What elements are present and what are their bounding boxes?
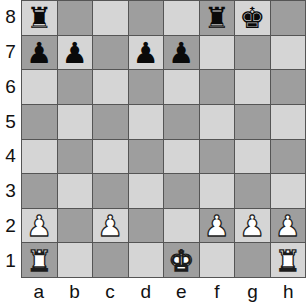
square-a8[interactable]: ♜: [22, 1, 57, 35]
piece-white-pawn[interactable]: ♟: [26, 212, 52, 241]
square-e1[interactable]: ♚: [164, 243, 199, 277]
file-label-c: c: [92, 278, 128, 306]
square-h1[interactable]: ♜: [271, 243, 306, 277]
square-f6[interactable]: [200, 70, 235, 104]
square-h3[interactable]: [271, 174, 306, 208]
square-d1[interactable]: [129, 243, 164, 277]
square-d2[interactable]: [129, 209, 164, 243]
square-e7[interactable]: ♟: [164, 36, 199, 70]
piece-black-pawn[interactable]: ♟: [26, 39, 52, 68]
square-h4[interactable]: [271, 140, 306, 174]
chess-board[interactable]: ♜♜♚♟♟♟♟♟♟♟♟♟♜♚♜: [21, 0, 306, 278]
square-g2[interactable]: ♟: [235, 209, 270, 243]
square-h2[interactable]: ♟: [271, 209, 306, 243]
square-c1[interactable]: [93, 243, 128, 277]
rank-label-6: 6: [0, 70, 21, 105]
square-g1[interactable]: [235, 243, 270, 277]
square-c2[interactable]: ♟: [93, 209, 128, 243]
square-d6[interactable]: [129, 70, 164, 104]
square-f5[interactable]: [200, 105, 235, 139]
piece-black-pawn[interactable]: ♟: [168, 39, 194, 68]
piece-white-pawn[interactable]: ♟: [239, 212, 265, 241]
rank-label-7: 7: [0, 35, 21, 70]
rank-label-8: 8: [0, 0, 21, 35]
rank-labels: 87654321: [0, 0, 21, 278]
square-b2[interactable]: [58, 209, 93, 243]
square-d4[interactable]: [129, 140, 164, 174]
square-b1[interactable]: [58, 243, 93, 277]
square-f2[interactable]: ♟: [200, 209, 235, 243]
piece-white-pawn[interactable]: ♟: [204, 212, 230, 241]
square-c4[interactable]: [93, 140, 128, 174]
square-c5[interactable]: [93, 105, 128, 139]
square-e8[interactable]: [164, 1, 199, 35]
square-b7[interactable]: ♟: [58, 36, 93, 70]
square-g7[interactable]: [235, 36, 270, 70]
square-g6[interactable]: [235, 70, 270, 104]
square-f7[interactable]: [200, 36, 235, 70]
square-a1[interactable]: ♜: [22, 243, 57, 277]
square-a2[interactable]: ♟: [22, 209, 57, 243]
file-label-e: e: [164, 278, 200, 306]
rank-label-2: 2: [0, 209, 21, 244]
square-b4[interactable]: [58, 140, 93, 174]
piece-black-rook[interactable]: ♜: [204, 4, 230, 33]
square-d7[interactable]: ♟: [129, 36, 164, 70]
square-d3[interactable]: [129, 174, 164, 208]
piece-white-king[interactable]: ♚: [168, 247, 194, 276]
square-g5[interactable]: [235, 105, 270, 139]
square-a5[interactable]: [22, 105, 57, 139]
square-g3[interactable]: [235, 174, 270, 208]
file-labels: abcdefgh: [21, 278, 306, 306]
square-g8[interactable]: ♚: [235, 1, 270, 35]
square-f3[interactable]: [200, 174, 235, 208]
square-c6[interactable]: [93, 70, 128, 104]
square-h6[interactable]: [271, 70, 306, 104]
file-label-b: b: [57, 278, 93, 306]
square-f4[interactable]: [200, 140, 235, 174]
square-a7[interactable]: ♟: [22, 36, 57, 70]
piece-black-pawn[interactable]: ♟: [133, 39, 159, 68]
square-e3[interactable]: [164, 174, 199, 208]
rank-label-4: 4: [0, 139, 21, 174]
square-d5[interactable]: [129, 105, 164, 139]
square-h7[interactable]: [271, 36, 306, 70]
square-c3[interactable]: [93, 174, 128, 208]
square-b6[interactable]: [58, 70, 93, 104]
file-label-h: h: [270, 278, 306, 306]
square-e2[interactable]: [164, 209, 199, 243]
square-b5[interactable]: [58, 105, 93, 139]
piece-black-rook[interactable]: ♜: [26, 4, 52, 33]
file-label-g: g: [235, 278, 271, 306]
square-b8[interactable]: [58, 1, 93, 35]
piece-white-rook[interactable]: ♜: [26, 247, 52, 276]
square-a6[interactable]: [22, 70, 57, 104]
square-a4[interactable]: [22, 140, 57, 174]
square-c7[interactable]: [93, 36, 128, 70]
piece-black-pawn[interactable]: ♟: [62, 39, 88, 68]
square-a3[interactable]: [22, 174, 57, 208]
rank-label-1: 1: [0, 243, 21, 278]
piece-white-rook[interactable]: ♜: [275, 247, 301, 276]
square-h5[interactable]: [271, 105, 306, 139]
piece-white-pawn[interactable]: ♟: [275, 212, 301, 241]
square-f8[interactable]: ♜: [200, 1, 235, 35]
square-d8[interactable]: [129, 1, 164, 35]
piece-black-king[interactable]: ♚: [239, 4, 265, 33]
square-e4[interactable]: [164, 140, 199, 174]
file-label-d: d: [128, 278, 164, 306]
file-label-f: f: [199, 278, 235, 306]
chess-diagram: 87654321 ♜♜♚♟♟♟♟♟♟♟♟♟♜♚♜ abcdefgh: [0, 0, 306, 306]
square-h8[interactable]: [271, 1, 306, 35]
square-c8[interactable]: [93, 1, 128, 35]
file-label-a: a: [21, 278, 57, 306]
square-g4[interactable]: [235, 140, 270, 174]
square-e6[interactable]: [164, 70, 199, 104]
square-e5[interactable]: [164, 105, 199, 139]
rank-label-3: 3: [0, 174, 21, 209]
square-f1[interactable]: [200, 243, 235, 277]
rank-label-5: 5: [0, 104, 21, 139]
piece-white-pawn[interactable]: ♟: [97, 212, 123, 241]
square-b3[interactable]: [58, 174, 93, 208]
